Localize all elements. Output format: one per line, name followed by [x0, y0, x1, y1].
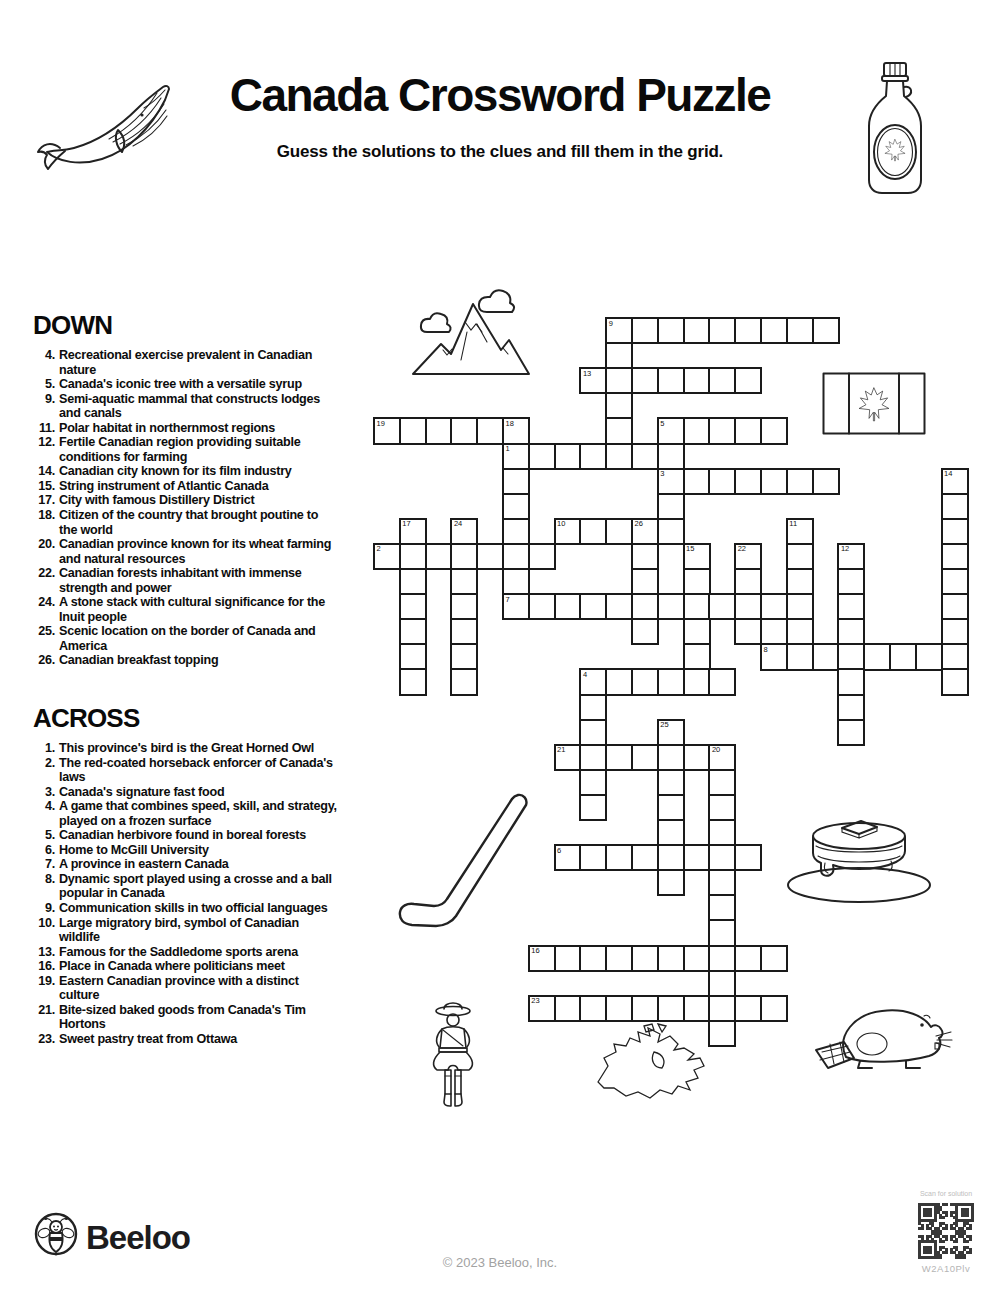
across-clues-section: ACROSS 1.This province's bird is the Gre…: [33, 703, 338, 1046]
qr-code: [918, 1203, 974, 1259]
clue-number: 24.: [33, 595, 59, 624]
grid-cell[interactable]: [863, 643, 891, 670]
grid-cell[interactable]: [476, 543, 504, 570]
grid-cell[interactable]: [399, 568, 427, 595]
grid-cell[interactable]: [528, 443, 556, 470]
qr-module: [969, 1238, 972, 1241]
grid-cell[interactable]: [941, 593, 969, 620]
grid-cell[interactable]: [786, 643, 814, 670]
clue-number: 13.: [33, 945, 59, 960]
grid-cell[interactable]: [399, 618, 427, 645]
clue-number: 26.: [33, 653, 59, 668]
cell-number: 16: [531, 947, 539, 955]
clue-text: Citizen of the country that brought pout…: [59, 508, 338, 537]
grid-cell[interactable]: [837, 694, 865, 721]
clue-text: Canadian province known for its wheat fa…: [59, 537, 338, 566]
grid-cell[interactable]: [657, 744, 685, 771]
grid-cell[interactable]: [399, 593, 427, 620]
clue-item: 21.Bite-sized baked goods from Canada's …: [33, 1003, 338, 1032]
qr-module: [966, 1240, 969, 1243]
grid-cell[interactable]: [708, 869, 736, 896]
grid-cell[interactable]: [760, 468, 788, 495]
clue-item: 26.Canadian breakfast topping: [33, 653, 338, 668]
grid-cell[interactable]: [941, 643, 969, 670]
grid-cell[interactable]: [708, 593, 736, 620]
clue-text: Semi-aquatic mammal that constructs lodg…: [59, 392, 338, 421]
grid-cell[interactable]: [657, 367, 685, 394]
grid-cell[interactable]: [708, 819, 736, 846]
grid-cell[interactable]: [683, 844, 711, 871]
down-clues-section: DOWN 4.Recreational exercise prevalent i…: [33, 310, 338, 668]
grid-cell[interactable]: [889, 643, 917, 670]
clue-number: 4.: [33, 799, 59, 828]
grid-cell[interactable]: [708, 367, 736, 394]
grid-cell[interactable]: [502, 568, 530, 595]
grid-cell[interactable]: [683, 668, 711, 695]
grid-cell[interactable]: [941, 493, 969, 520]
clue-number: 20.: [33, 537, 59, 566]
grid-cell[interactable]: [734, 844, 762, 871]
grid-cell[interactable]: [399, 543, 427, 570]
crossword-grid: 9131918513141724102611215221278425212061…: [373, 317, 969, 1047]
grid-cell[interactable]: [425, 417, 453, 444]
across-clue-list: 1.This province's bird is the Great Horn…: [33, 741, 338, 1046]
down-heading: DOWN: [33, 310, 338, 341]
cell-number: 5: [660, 420, 664, 428]
clue-item: 20.Canadian province known for its wheat…: [33, 537, 338, 566]
clue-number: 7.: [33, 857, 59, 872]
grid-cell[interactable]: [657, 443, 685, 470]
cell-number: 20: [712, 746, 720, 754]
clue-text: This province's bird is the Great Horned…: [59, 741, 338, 756]
grid-cell[interactable]: [708, 970, 736, 997]
grid-cell[interactable]: [605, 844, 633, 871]
copyright-text: © 2023 Beeloo, Inc.: [0, 1255, 1000, 1270]
clue-text: Communication skills in two official lan…: [59, 901, 338, 916]
clue-item: 22.Canadian forests inhabitant with imme…: [33, 566, 338, 595]
qr-module: [971, 1219, 974, 1222]
cell-number: 7: [506, 596, 510, 604]
grid-cell[interactable]: [502, 518, 530, 545]
clue-item: 18.Citizen of the country that brought p…: [33, 508, 338, 537]
grid-cell[interactable]: [683, 317, 711, 344]
maple-syrup-bottle-illustration: [856, 60, 934, 198]
grid-cell[interactable]: [837, 593, 865, 620]
grid-cell[interactable]: [683, 945, 711, 972]
grid-cell[interactable]: [579, 593, 607, 620]
clue-text: String instrument of Atlantic Canada: [59, 479, 338, 494]
cell-number: 22: [738, 545, 746, 553]
cell-number: 10: [557, 520, 565, 528]
clue-number: 23.: [33, 1032, 59, 1047]
grid-cell[interactable]: [760, 317, 788, 344]
clue-text: Canada's signature fast food: [59, 785, 338, 800]
grid-cell[interactable]: [528, 593, 556, 620]
grid-cell[interactable]: [399, 417, 427, 444]
cell-number: 19: [377, 420, 385, 428]
clue-number: 15.: [33, 479, 59, 494]
grid-cell[interactable]: [605, 744, 633, 771]
grid-cell[interactable]: [605, 367, 633, 394]
grid-cell[interactable]: [579, 945, 607, 972]
page-title: Canada Crossword Puzzle: [0, 68, 1000, 122]
clue-number: 25.: [33, 624, 59, 653]
grid-cell[interactable]: [683, 995, 711, 1022]
grid-cell[interactable]: [786, 543, 814, 570]
grid-cell[interactable]: [631, 618, 659, 645]
clue-number: 22.: [33, 566, 59, 595]
qr-module: [929, 1214, 932, 1217]
grid-cell[interactable]: [708, 668, 736, 695]
grid-cell[interactable]: [605, 593, 633, 620]
grid-cell[interactable]: [683, 618, 711, 645]
clue-item: 12.Fertile Canadian region providing sui…: [33, 435, 338, 464]
clue-text: Large migratory bird, symbol of Canadian…: [59, 916, 338, 945]
grid-cell[interactable]: [837, 719, 865, 746]
cell-number: 14: [944, 470, 952, 478]
hockey-stick-illustration: [398, 792, 538, 934]
clue-item: 1.This province's bird is the Great Horn…: [33, 741, 338, 756]
grid-cell[interactable]: [786, 317, 814, 344]
grid-cell[interactable]: [605, 668, 633, 695]
grid-cell[interactable]: [657, 769, 685, 796]
grid-cell[interactable]: [734, 995, 762, 1022]
grid-cell[interactable]: [631, 844, 659, 871]
grid-cell[interactable]: [786, 468, 814, 495]
grid-cell[interactable]: [657, 317, 685, 344]
grid-cell[interactable]: [683, 568, 711, 595]
cell-number: 11: [789, 520, 797, 528]
clue-number: 8.: [33, 872, 59, 901]
grid-cell[interactable]: [941, 668, 969, 695]
cell-number: 23: [531, 997, 539, 1005]
grid-cell[interactable]: [760, 945, 788, 972]
clue-item: 10.Large migratory bird, symbol of Canad…: [33, 916, 338, 945]
qr-module: [969, 1227, 972, 1230]
grid-cell[interactable]: [708, 468, 736, 495]
grid-cell[interactable]: [657, 593, 685, 620]
grid-cell[interactable]: [683, 468, 711, 495]
grid-cell[interactable]: [631, 543, 659, 570]
clue-text: Scenic location on the border of Canada …: [59, 624, 338, 653]
qr-module: [966, 1214, 969, 1217]
grid-cell[interactable]: [657, 668, 685, 695]
grid-cell[interactable]: [579, 844, 607, 871]
grid-cell[interactable]: [941, 543, 969, 570]
grid-cell[interactable]: [579, 744, 607, 771]
grid-cell[interactable]: [579, 769, 607, 796]
cell-number: 8: [764, 646, 768, 654]
cell-number: 18: [506, 420, 514, 428]
cell-number: 26: [635, 520, 643, 528]
grid-cell[interactable]: [554, 593, 582, 620]
grid-cell[interactable]: [760, 593, 788, 620]
clue-text: Eastern Canadian province with a distinc…: [59, 974, 338, 1003]
grid-cell[interactable]: [450, 543, 478, 570]
down-clue-list: 4.Recreational exercise prevalent in Can…: [33, 348, 338, 668]
cell-number: 1: [506, 445, 510, 453]
cell-number: 9: [609, 320, 613, 328]
grid-cell[interactable]: [683, 367, 711, 394]
qr-module: [945, 1251, 948, 1254]
clue-item: 24.A stone stack with cultural significa…: [33, 595, 338, 624]
grid-cell[interactable]: [708, 995, 736, 1022]
page-subtitle: Guess the solutions to the clues and fil…: [0, 142, 1000, 162]
cell-number: 15: [686, 545, 694, 553]
clue-item: 9.Communication skills in two official l…: [33, 901, 338, 916]
clue-text: Recreational exercise prevalent in Canad…: [59, 348, 338, 377]
qr-module: [945, 1203, 948, 1206]
grid-cell[interactable]: [605, 945, 633, 972]
clue-text: Fertile Canadian region providing suitab…: [59, 435, 338, 464]
grid-cell[interactable]: [786, 618, 814, 645]
clue-text: Canada's iconic tree with a versatile sy…: [59, 377, 338, 392]
clue-item: 17.City with famous Distillery District: [33, 493, 338, 508]
grid-cell[interactable]: [734, 593, 762, 620]
clue-item: 15.String instrument of Atlantic Canada: [33, 479, 338, 494]
grid-cell[interactable]: [631, 744, 659, 771]
grid-cell[interactable]: [708, 794, 736, 821]
qr-code-label: W2A10Plv: [896, 1263, 996, 1274]
grid-cell[interactable]: [708, 844, 736, 871]
clue-number: 3.: [33, 785, 59, 800]
grid-cell[interactable]: [631, 367, 659, 394]
clue-number: 5.: [33, 377, 59, 392]
grid-cell[interactable]: [631, 945, 659, 972]
grid-cell[interactable]: [734, 367, 762, 394]
across-heading: ACROSS: [33, 703, 338, 734]
grid-cell[interactable]: [502, 543, 530, 570]
pancakes-illustration: [783, 795, 935, 907]
grid-cell[interactable]: [657, 995, 685, 1022]
grid-cell[interactable]: [837, 668, 865, 695]
qr-caption: Scan for solution: [896, 1190, 996, 1197]
beaver-illustration: [810, 1000, 958, 1072]
grid-cell[interactable]: [657, 493, 685, 520]
grid-cell[interactable]: [708, 317, 736, 344]
grid-cell[interactable]: [579, 719, 607, 746]
clue-number: 11.: [33, 421, 59, 436]
grid-cell[interactable]: [425, 543, 453, 570]
grid-cell[interactable]: [502, 468, 530, 495]
grid-cell[interactable]: [528, 543, 556, 570]
clue-number: 18.: [33, 508, 59, 537]
clue-number: 1.: [33, 741, 59, 756]
grid-cell[interactable]: [657, 819, 685, 846]
grid-cell[interactable]: [579, 995, 607, 1022]
grid-cell[interactable]: [631, 593, 659, 620]
grid-cell[interactable]: [786, 568, 814, 595]
qr-module: [934, 1219, 937, 1222]
clue-item: 2.The red-coated horseback enforcer of C…: [33, 756, 338, 785]
canada-map-illustration: [588, 1022, 710, 1117]
grid-cell[interactable]: [631, 995, 659, 1022]
clue-item: 16.Place in Canada where politicians mee…: [33, 959, 338, 974]
grid-cell[interactable]: [734, 618, 762, 645]
qr-module: [929, 1251, 932, 1254]
grid-cell[interactable]: [554, 945, 582, 972]
grid-cell[interactable]: [579, 443, 607, 470]
grid-cell[interactable]: [605, 342, 633, 369]
clue-item: 4.A game that combines speed, skill, and…: [33, 799, 338, 828]
grid-cell[interactable]: [450, 668, 478, 695]
grid-cell[interactable]: [631, 317, 659, 344]
grid-cell[interactable]: [450, 417, 478, 444]
clue-text: A province in eastern Canada: [59, 857, 338, 872]
mountie-illustration: [424, 996, 482, 1114]
clue-number: 19.: [33, 974, 59, 1003]
clue-text: A stone stack with cultural significance…: [59, 595, 338, 624]
clue-text: Bite-sized baked goods from Canada's Tim…: [59, 1003, 338, 1032]
clue-number: 12.: [33, 435, 59, 464]
clue-item: 23.Sweet pastry treat from Ottawa: [33, 1032, 338, 1047]
grid-cell[interactable]: [734, 317, 762, 344]
grid-cell[interactable]: [708, 894, 736, 921]
grid-cell[interactable]: [683, 643, 711, 670]
clue-item: 4.Recreational exercise prevalent in Can…: [33, 348, 338, 377]
qr-module: [945, 1214, 948, 1217]
cell-number: 17: [402, 520, 410, 528]
cell-number: 13: [583, 370, 591, 378]
clue-number: 5.: [33, 828, 59, 843]
clue-number: 9.: [33, 901, 59, 916]
grid-cell[interactable]: [554, 995, 582, 1022]
cell-number: 24: [454, 520, 462, 528]
grid-cell[interactable]: [734, 568, 762, 595]
clue-item: 14.Canadian city known for its film indu…: [33, 464, 338, 479]
grid-cell[interactable]: [631, 568, 659, 595]
grid-cell[interactable]: [812, 468, 840, 495]
grid-cell[interactable]: [399, 668, 427, 695]
clue-item: 11.Polar habitat in northernmost regions: [33, 421, 338, 436]
clue-text: Famous for the Saddledome sports arena: [59, 945, 338, 960]
grid-cell[interactable]: [734, 417, 762, 444]
clue-number: 6.: [33, 843, 59, 858]
grid-cell[interactable]: [657, 844, 685, 871]
cell-number: 6: [557, 847, 561, 855]
grid-cell[interactable]: [941, 568, 969, 595]
qr-module: [945, 1238, 948, 1241]
grid-cell[interactable]: [683, 593, 711, 620]
clue-item: 5.Canadian herbivore found in boreal for…: [33, 828, 338, 843]
clue-text: The red-coated horseback enforcer of Can…: [59, 756, 338, 785]
grid-cell[interactable]: [605, 518, 633, 545]
clue-item: 19.Eastern Canadian province with a dist…: [33, 974, 338, 1003]
qr-module: [939, 1256, 942, 1259]
grid-cell[interactable]: [605, 443, 633, 470]
grid-cell[interactable]: [657, 869, 685, 896]
grid-cell[interactable]: [579, 694, 607, 721]
grid-cell[interactable]: [502, 493, 530, 520]
qr-module: [942, 1216, 945, 1219]
grid-cell[interactable]: [657, 794, 685, 821]
clue-text: City with famous Distillery District: [59, 493, 338, 508]
grid-cell[interactable]: [657, 518, 685, 545]
grid-cell[interactable]: [579, 518, 607, 545]
grid-cell[interactable]: [708, 919, 736, 946]
grid-cell[interactable]: [450, 593, 478, 620]
qr-module: [942, 1240, 945, 1243]
grid-cell[interactable]: [708, 945, 736, 972]
grid-cell[interactable]: [941, 518, 969, 545]
clue-number: 9.: [33, 392, 59, 421]
grid-cell[interactable]: [760, 417, 788, 444]
cell-number: 21: [557, 746, 565, 754]
grid-cell[interactable]: [941, 618, 969, 645]
clue-item: 8.Dynamic sport played using a crosse an…: [33, 872, 338, 901]
clue-text: Canadian forests inhabitant with immense…: [59, 566, 338, 595]
grid-cell[interactable]: [708, 769, 736, 796]
grid-cell[interactable]: [605, 417, 633, 444]
clue-item: 13.Famous for the Saddledome sports aren…: [33, 945, 338, 960]
clue-text: Place in Canada where politicians meet: [59, 959, 338, 974]
grid-cell[interactable]: [812, 317, 840, 344]
clue-number: 17.: [33, 493, 59, 508]
grid-cell[interactable]: [657, 945, 685, 972]
cell-number: 12: [841, 545, 849, 553]
grid-cell[interactable]: [683, 744, 711, 771]
clue-item: 9.Semi-aquatic mammal that constructs lo…: [33, 392, 338, 421]
grid-cell[interactable]: [631, 443, 659, 470]
grid-cell[interactable]: [837, 618, 865, 645]
cell-number: 2: [377, 545, 381, 553]
grid-cell[interactable]: [734, 468, 762, 495]
grid-cell[interactable]: [476, 417, 504, 444]
qr-module: [963, 1256, 966, 1259]
grid-cell[interactable]: [734, 945, 762, 972]
grid-cell[interactable]: [554, 443, 582, 470]
grid-cell[interactable]: [631, 668, 659, 695]
cell-number: 4: [583, 671, 587, 679]
grid-cell[interactable]: [837, 643, 865, 670]
grid-cell[interactable]: [786, 593, 814, 620]
cell-number: 25: [660, 721, 668, 729]
clue-number: 16.: [33, 959, 59, 974]
clue-text: Canadian herbivore found in boreal fores…: [59, 828, 338, 843]
grid-cell[interactable]: [605, 392, 633, 419]
grid-cell[interactable]: [708, 1020, 736, 1047]
qr-module: [921, 1227, 924, 1230]
grid-cell[interactable]: [450, 643, 478, 670]
clue-number: 21.: [33, 1003, 59, 1032]
grid-cell[interactable]: [399, 643, 427, 670]
qr-module: [955, 1240, 958, 1243]
grid-cell[interactable]: [915, 643, 943, 670]
clue-number: 10.: [33, 916, 59, 945]
cell-number: 3: [660, 470, 664, 478]
beeloo-wordmark: Beeloo: [86, 1219, 190, 1257]
grid-cell[interactable]: [605, 995, 633, 1022]
qr-module: [969, 1251, 972, 1254]
grid-cell[interactable]: [450, 568, 478, 595]
clue-item: 6.Home to McGill University: [33, 843, 338, 858]
grid-cell[interactable]: [450, 618, 478, 645]
grid-cell[interactable]: [760, 995, 788, 1022]
clue-text: Canadian breakfast topping: [59, 653, 338, 668]
grid-cell[interactable]: [837, 568, 865, 595]
grid-cell[interactable]: [708, 417, 736, 444]
clue-item: 3.Canada's signature fast food: [33, 785, 338, 800]
clue-text: Home to McGill University: [59, 843, 338, 858]
clue-number: 4.: [33, 348, 59, 377]
clue-item: 5.Canada's iconic tree with a versatile …: [33, 377, 338, 392]
grid-cell[interactable]: [812, 643, 840, 670]
puzzle-page: Canada Crossword Puzzle Guess the soluti…: [0, 0, 1000, 1294]
grid-cell[interactable]: [683, 417, 711, 444]
clue-text: Canadian city known for its film industr…: [59, 464, 338, 479]
beeloo-bee-logo: [34, 1212, 78, 1256]
grid-cell[interactable]: [579, 794, 607, 821]
